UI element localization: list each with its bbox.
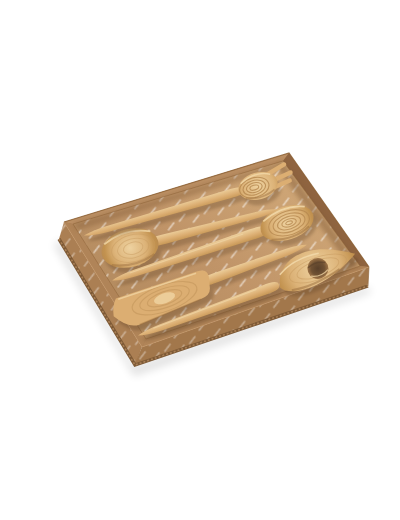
photo-canvas	[0, 0, 400, 520]
product-photo	[0, 0, 400, 520]
